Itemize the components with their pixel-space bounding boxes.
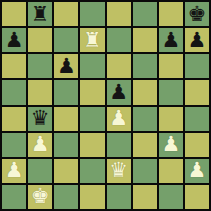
black-pawn[interactable]: ♟ [109, 82, 128, 103]
square-a5[interactable] [2, 80, 26, 104]
square-c6[interactable]: ♟ [54, 54, 78, 78]
black-pawn[interactable]: ♟ [161, 30, 180, 51]
square-b4[interactable]: ♛ [28, 107, 52, 131]
square-e3[interactable] [107, 133, 131, 157]
square-c1[interactable] [54, 185, 78, 209]
square-a7[interactable]: ♟ [2, 28, 26, 52]
square-b2[interactable] [28, 159, 52, 183]
square-c5[interactable] [54, 80, 78, 104]
black-pawn[interactable]: ♟ [5, 30, 24, 51]
square-a8[interactable] [2, 2, 26, 26]
square-h5[interactable] [185, 80, 209, 104]
square-g1[interactable] [159, 185, 183, 209]
square-c4[interactable] [54, 107, 78, 131]
square-d2[interactable] [80, 159, 104, 183]
square-c7[interactable] [54, 28, 78, 52]
square-e8[interactable] [107, 2, 131, 26]
white-pawn[interactable]: ♟ [5, 160, 24, 181]
white-pawn[interactable]: ♟ [161, 134, 180, 155]
square-c8[interactable] [54, 2, 78, 26]
square-c2[interactable] [54, 159, 78, 183]
square-b7[interactable] [28, 28, 52, 52]
black-king[interactable]: ♚ [188, 4, 207, 25]
black-rook[interactable]: ♜ [31, 4, 50, 25]
square-a6[interactable] [2, 54, 26, 78]
square-a2[interactable]: ♟ [2, 159, 26, 183]
square-f2[interactable] [133, 159, 157, 183]
square-e2[interactable]: ♛ [107, 159, 131, 183]
square-h7[interactable]: ♟ [185, 28, 209, 52]
square-h1[interactable] [185, 185, 209, 209]
square-d6[interactable] [80, 54, 104, 78]
square-b1[interactable]: ♚ [28, 185, 52, 209]
square-e4[interactable]: ♟ [107, 107, 131, 131]
square-d3[interactable] [80, 133, 104, 157]
square-a1[interactable] [2, 185, 26, 209]
square-f8[interactable] [133, 2, 157, 26]
square-f3[interactable] [133, 133, 157, 157]
square-b3[interactable]: ♟ [28, 133, 52, 157]
square-e7[interactable] [107, 28, 131, 52]
square-e5[interactable]: ♟ [107, 80, 131, 104]
square-f7[interactable] [133, 28, 157, 52]
square-d4[interactable] [80, 107, 104, 131]
square-b5[interactable] [28, 80, 52, 104]
square-g4[interactable] [159, 107, 183, 131]
square-h4[interactable] [185, 107, 209, 131]
square-h2[interactable]: ♟ [185, 159, 209, 183]
square-h6[interactable] [185, 54, 209, 78]
square-b6[interactable] [28, 54, 52, 78]
square-h3[interactable] [185, 133, 209, 157]
chess-board: ♜♚♟♜♟♟♟♟♛♟♟♟♟♛♟♚ [0, 0, 211, 211]
square-a4[interactable] [2, 107, 26, 131]
square-e6[interactable] [107, 54, 131, 78]
black-queen[interactable]: ♛ [31, 108, 50, 129]
square-f6[interactable] [133, 54, 157, 78]
white-pawn[interactable]: ♟ [31, 134, 50, 155]
white-king[interactable]: ♚ [31, 186, 50, 207]
square-d1[interactable] [80, 185, 104, 209]
square-b8[interactable]: ♜ [28, 2, 52, 26]
white-pawn[interactable]: ♟ [109, 108, 128, 129]
white-pawn[interactable]: ♟ [188, 160, 207, 181]
square-e1[interactable] [107, 185, 131, 209]
square-g5[interactable] [159, 80, 183, 104]
white-rook[interactable]: ♜ [83, 30, 102, 51]
white-queen[interactable]: ♛ [109, 160, 128, 181]
square-d7[interactable]: ♜ [80, 28, 104, 52]
square-f4[interactable] [133, 107, 157, 131]
square-d5[interactable] [80, 80, 104, 104]
square-h8[interactable]: ♚ [185, 2, 209, 26]
square-f5[interactable] [133, 80, 157, 104]
black-pawn[interactable]: ♟ [57, 56, 76, 77]
square-d8[interactable] [80, 2, 104, 26]
square-g8[interactable] [159, 2, 183, 26]
square-g7[interactable]: ♟ [159, 28, 183, 52]
square-a3[interactable] [2, 133, 26, 157]
square-c3[interactable] [54, 133, 78, 157]
square-f1[interactable] [133, 185, 157, 209]
square-g6[interactable] [159, 54, 183, 78]
square-g2[interactable] [159, 159, 183, 183]
black-pawn[interactable]: ♟ [188, 30, 207, 51]
square-g3[interactable]: ♟ [159, 133, 183, 157]
